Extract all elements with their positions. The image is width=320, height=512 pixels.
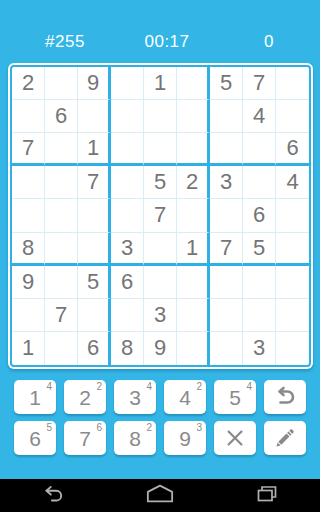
cell-r9c7[interactable] (210, 332, 243, 365)
recents-icon (255, 484, 279, 508)
cell-r1c5[interactable]: 1 (144, 67, 177, 100)
cell-r6c1[interactable]: 8 (12, 233, 45, 266)
cell-r6c6[interactable]: 1 (177, 233, 210, 266)
cell-r7c9[interactable] (276, 266, 309, 299)
cell-r9c6[interactable] (177, 332, 210, 365)
cell-r8c7[interactable] (210, 299, 243, 332)
key-digit: 1 (29, 387, 41, 408)
cell-r5c7[interactable] (210, 199, 243, 232)
cell-r4c9[interactable]: 4 (276, 166, 309, 199)
cell-r3c7[interactable] (210, 133, 243, 166)
timer: 00:17 (116, 32, 218, 52)
key-digit: 2 (79, 387, 91, 408)
cell-r9c4[interactable]: 8 (111, 332, 144, 365)
cell-r1c8[interactable]: 7 (243, 67, 276, 100)
digit-7-button[interactable]: 76 (64, 421, 106, 455)
puzzle-number: #255 (14, 32, 116, 52)
cell-r8c6[interactable] (177, 299, 210, 332)
digit-9-button[interactable]: 93 (164, 421, 206, 455)
cell-r4c4[interactable] (111, 166, 144, 199)
home-icon (146, 484, 174, 507)
digit-1-button[interactable]: 14 (14, 380, 56, 414)
cell-r6c5[interactable] (144, 233, 177, 266)
cell-r4c3[interactable]: 7 (78, 166, 111, 199)
cell-r7c4[interactable]: 6 (111, 266, 144, 299)
cell-r9c1[interactable]: 1 (12, 332, 45, 365)
cell-r5c2[interactable] (45, 199, 78, 232)
key-count-badge: 4 (246, 382, 252, 392)
erase-x-icon (224, 427, 246, 449)
sudoku-grid: 29157647167523476831759567316893 (10, 65, 311, 367)
cell-r2c4[interactable] (111, 100, 144, 133)
cell-r5c8[interactable]: 6 (243, 199, 276, 232)
nav-home-button[interactable] (107, 479, 214, 512)
cell-r7c5[interactable] (144, 266, 177, 299)
pad-row-2: 65768293 (14, 421, 306, 455)
cell-r9c5[interactable]: 9 (144, 332, 177, 365)
key-count-badge: 4 (146, 382, 152, 392)
cell-r4c2[interactable] (45, 166, 78, 199)
undo-button[interactable] (264, 380, 306, 414)
cell-r5c5[interactable]: 7 (144, 199, 177, 232)
nav-recents-button[interactable] (213, 479, 320, 512)
cell-r8c8[interactable] (243, 299, 276, 332)
cell-r2c5[interactable] (144, 100, 177, 133)
cell-r6c7[interactable]: 7 (210, 233, 243, 266)
cell-r4c6[interactable]: 2 (177, 166, 210, 199)
cell-r8c4[interactable] (111, 299, 144, 332)
top-bar: #255 00:17 0 (14, 28, 320, 56)
cell-r6c3[interactable] (78, 233, 111, 266)
cell-r1c7[interactable]: 5 (210, 67, 243, 100)
cell-r6c4[interactable]: 3 (111, 233, 144, 266)
cell-r3c1[interactable]: 7 (12, 133, 45, 166)
cell-r9c2[interactable] (45, 332, 78, 365)
erase-button[interactable] (214, 421, 256, 455)
pencil-button[interactable] (264, 421, 306, 455)
key-digit: 8 (129, 428, 141, 449)
cell-r3c5[interactable] (144, 133, 177, 166)
cell-r7c8[interactable] (243, 266, 276, 299)
key-digit: 6 (29, 428, 41, 449)
cell-r1c1[interactable]: 2 (12, 67, 45, 100)
cell-r2c8[interactable]: 4 (243, 100, 276, 133)
cell-r4c8[interactable] (243, 166, 276, 199)
digit-6-button[interactable]: 65 (14, 421, 56, 455)
cell-r8c1[interactable] (12, 299, 45, 332)
pencil-icon (273, 426, 297, 450)
key-digit: 7 (79, 428, 91, 449)
cell-r3c6[interactable] (177, 133, 210, 166)
cell-r1c9[interactable] (276, 67, 309, 100)
cell-r6c9[interactable] (276, 233, 309, 266)
digit-2-button[interactable]: 22 (64, 380, 106, 414)
cell-r7c6[interactable] (177, 266, 210, 299)
cell-r8c2[interactable]: 7 (45, 299, 78, 332)
key-count-badge: 2 (196, 382, 202, 392)
cell-r8c3[interactable] (78, 299, 111, 332)
key-count-badge: 2 (146, 423, 152, 433)
android-nav-bar (0, 479, 320, 512)
digit-4-button[interactable]: 42 (164, 380, 206, 414)
cell-r8c9[interactable] (276, 299, 309, 332)
number-pad: 1422344254 65768293 (14, 380, 306, 462)
back-icon (41, 484, 65, 508)
pad-row-1: 1422344254 (14, 380, 306, 414)
cell-r7c2[interactable] (45, 266, 78, 299)
cell-r3c2[interactable] (45, 133, 78, 166)
cell-r6c2[interactable] (45, 233, 78, 266)
cell-r5c4[interactable] (111, 199, 144, 232)
cell-r3c4[interactable] (111, 133, 144, 166)
cell-r4c7[interactable]: 3 (210, 166, 243, 199)
cell-r5c1[interactable] (12, 199, 45, 232)
key-count-badge: 5 (46, 423, 52, 433)
key-digit: 3 (129, 387, 141, 408)
cell-r9c8[interactable]: 3 (243, 332, 276, 365)
cell-r3c3[interactable]: 1 (78, 133, 111, 166)
digit-8-button[interactable]: 82 (114, 421, 156, 455)
cell-r4c1[interactable] (12, 166, 45, 199)
cell-r9c9[interactable] (276, 332, 309, 365)
cell-r2c2[interactable]: 6 (45, 100, 78, 133)
digit-5-button[interactable]: 54 (214, 380, 256, 414)
cell-r5c9[interactable] (276, 199, 309, 232)
key-count-badge: 4 (46, 382, 52, 392)
cell-r3c9[interactable]: 6 (276, 133, 309, 166)
counter: 0 (218, 32, 320, 52)
cell-r2c3[interactable] (78, 100, 111, 133)
cell-r8c5[interactable]: 3 (144, 299, 177, 332)
cell-r7c3[interactable]: 5 (78, 266, 111, 299)
cell-r1c6[interactable] (177, 67, 210, 100)
key-digit: 9 (179, 428, 191, 449)
key-count-badge: 3 (196, 423, 202, 433)
key-count-badge: 2 (96, 382, 102, 392)
cell-r6c8[interactable]: 5 (243, 233, 276, 266)
digit-3-button[interactable]: 34 (114, 380, 156, 414)
cell-r7c1[interactable]: 9 (12, 266, 45, 299)
cell-r2c9[interactable] (276, 100, 309, 133)
key-digit: 5 (229, 387, 241, 408)
cell-r2c1[interactable] (12, 100, 45, 133)
cell-r5c3[interactable] (78, 199, 111, 232)
key-digit: 4 (179, 387, 191, 408)
cell-r1c4[interactable] (111, 67, 144, 100)
cell-r1c3[interactable]: 9 (78, 67, 111, 100)
sudoku-board: 29157647167523476831759567316893 (8, 63, 313, 369)
cell-r5c6[interactable] (177, 199, 210, 232)
key-count-badge: 6 (96, 423, 102, 433)
cell-r2c7[interactable] (210, 100, 243, 133)
cell-r1c2[interactable] (45, 67, 78, 100)
cell-r9c3[interactable]: 6 (78, 332, 111, 365)
cell-r3c8[interactable] (243, 133, 276, 166)
cell-r2c6[interactable] (177, 100, 210, 133)
cell-r4c5[interactable]: 5 (144, 166, 177, 199)
undo-icon (272, 385, 298, 409)
cell-r7c7[interactable] (210, 266, 243, 299)
nav-back-button[interactable] (0, 479, 107, 512)
